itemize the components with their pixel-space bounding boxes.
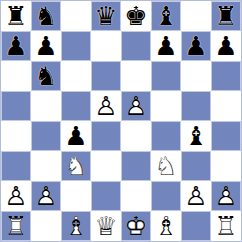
square-g4[interactable]: ♝ [181,121,211,151]
square-h8[interactable]: ♜ [211,1,241,31]
square-a2[interactable]: ♟♙ [1,181,31,211]
square-f7[interactable]: ♟ [151,31,181,61]
black-pawn-icon[interactable]: ♟ [211,31,241,61]
square-c2[interactable] [61,181,91,211]
piece-outline-layer: ♔ [121,211,151,241]
square-h3[interactable] [211,151,241,181]
piece-outline-layer: ♗ [61,211,91,241]
piece-outline-layer: ♘ [61,151,91,181]
piece-glyph-layer: ♛ [91,1,121,31]
square-a7[interactable]: ♟ [1,31,31,61]
black-knight-icon[interactable]: ♞ [31,1,61,31]
white-pawn-icon[interactable]: ♟♙ [91,91,121,121]
white-pawn-icon[interactable]: ♟♙ [1,181,31,211]
square-f4[interactable] [151,121,181,151]
square-f8[interactable]: ♝ [151,1,181,31]
square-a1[interactable]: ♜♖ [1,211,31,241]
piece-outline-layer: ♖ [1,211,31,241]
square-g2[interactable]: ♟♙ [181,181,211,211]
white-rook-icon[interactable]: ♜♖ [1,211,31,241]
white-queen-icon[interactable]: ♛♕ [91,211,121,241]
square-g3[interactable] [181,151,211,181]
square-h6[interactable] [211,61,241,91]
square-g7[interactable]: ♟ [181,31,211,61]
chess-board: ♜♞♛♚♝♜♟♟♟♟♟♞♟♙♟♙♟♝♞♘♞♘♟♙♟♙♟♙♟♙♜♖♝♗♛♕♚♔♝♗… [0,0,242,242]
square-a8[interactable]: ♜ [1,1,31,31]
piece-glyph-layer: ♟ [151,31,181,61]
black-bishop-icon[interactable]: ♝ [181,121,211,151]
square-a4[interactable] [1,121,31,151]
white-rook-icon[interactable]: ♜♖ [211,211,241,241]
square-e1[interactable]: ♚♔ [121,211,151,241]
square-b7[interactable]: ♟ [31,31,61,61]
square-b3[interactable] [31,151,61,181]
square-d2[interactable] [91,181,121,211]
square-d3[interactable] [91,151,121,181]
black-rook-icon[interactable]: ♜ [1,1,31,31]
square-c1[interactable]: ♝♗ [61,211,91,241]
square-e3[interactable] [121,151,151,181]
white-pawn-icon[interactable]: ♟♙ [211,181,241,211]
square-b5[interactable] [31,91,61,121]
square-a5[interactable] [1,91,31,121]
white-bishop-icon[interactable]: ♝♗ [151,211,181,241]
piece-glyph-layer: ♝ [181,121,211,151]
square-b8[interactable]: ♞ [31,1,61,31]
square-d4[interactable] [91,121,121,151]
square-f2[interactable] [151,181,181,211]
square-e4[interactable] [121,121,151,151]
piece-outline-layer: ♕ [91,211,121,241]
white-king-icon[interactable]: ♚♔ [121,211,151,241]
piece-glyph-layer: ♝ [151,1,181,31]
white-knight-icon[interactable]: ♞♘ [151,151,181,181]
black-pawn-icon[interactable]: ♟ [151,31,181,61]
white-bishop-icon[interactable]: ♝♗ [61,211,91,241]
square-g6[interactable] [181,61,211,91]
square-e8[interactable]: ♚ [121,1,151,31]
white-pawn-icon[interactable]: ♟♙ [181,181,211,211]
piece-glyph-layer: ♟ [61,121,91,151]
piece-glyph-layer: ♟ [211,31,241,61]
square-g1[interactable] [181,211,211,241]
piece-glyph-layer: ♜ [1,1,31,31]
black-queen-icon[interactable]: ♛ [91,1,121,31]
square-d7[interactable] [91,31,121,61]
square-b1[interactable] [31,211,61,241]
square-c7[interactable] [61,31,91,61]
black-pawn-icon[interactable]: ♟ [1,31,31,61]
piece-outline-layer: ♙ [31,181,61,211]
black-king-icon[interactable]: ♚ [121,1,151,31]
black-pawn-icon[interactable]: ♟ [181,31,211,61]
piece-outline-layer: ♙ [211,181,241,211]
black-rook-icon[interactable]: ♜ [211,1,241,31]
black-bishop-icon[interactable]: ♝ [151,1,181,31]
square-c8[interactable] [61,1,91,31]
square-b6[interactable]: ♞ [31,61,61,91]
square-e6[interactable] [121,61,151,91]
black-knight-icon[interactable]: ♞ [31,61,61,91]
piece-outline-layer: ♗ [151,211,181,241]
square-c5[interactable] [61,91,91,121]
square-g8[interactable] [181,1,211,31]
piece-outline-layer: ♙ [91,91,121,121]
piece-outline-layer: ♙ [121,91,151,121]
square-b4[interactable] [31,121,61,151]
piece-glyph-layer: ♟ [31,31,61,61]
white-pawn-icon[interactable]: ♟♙ [121,91,151,121]
square-c3[interactable]: ♞♘ [61,151,91,181]
square-a3[interactable] [1,151,31,181]
square-f3[interactable]: ♞♘ [151,151,181,181]
piece-glyph-layer: ♞ [31,1,61,31]
square-f5[interactable] [151,91,181,121]
black-pawn-icon[interactable]: ♟ [31,31,61,61]
square-h1[interactable]: ♜♖ [211,211,241,241]
square-d8[interactable]: ♛ [91,1,121,31]
square-e2[interactable] [121,181,151,211]
piece-glyph-layer: ♜ [211,1,241,31]
square-h2[interactable]: ♟♙ [211,181,241,211]
square-f6[interactable] [151,61,181,91]
square-e7[interactable] [121,31,151,61]
square-f1[interactable]: ♝♗ [151,211,181,241]
square-e5[interactable]: ♟♙ [121,91,151,121]
square-h4[interactable] [211,121,241,151]
square-h7[interactable]: ♟ [211,31,241,61]
white-pawn-icon[interactable]: ♟♙ [31,181,61,211]
square-b2[interactable]: ♟♙ [31,181,61,211]
white-knight-icon[interactable]: ♞♘ [61,151,91,181]
piece-outline-layer: ♙ [1,181,31,211]
piece-outline-layer: ♘ [151,151,181,181]
piece-outline-layer: ♖ [211,211,241,241]
square-d1[interactable]: ♛♕ [91,211,121,241]
black-pawn-icon[interactable]: ♟ [61,121,91,151]
square-c6[interactable] [61,61,91,91]
square-a6[interactable] [1,61,31,91]
piece-glyph-layer: ♟ [1,31,31,61]
square-c4[interactable]: ♟ [61,121,91,151]
piece-glyph-layer: ♟ [181,31,211,61]
square-d5[interactable]: ♟♙ [91,91,121,121]
square-g5[interactable] [181,91,211,121]
square-h5[interactable] [211,91,241,121]
piece-outline-layer: ♙ [181,181,211,211]
piece-glyph-layer: ♚ [121,1,151,31]
square-d6[interactable] [91,61,121,91]
piece-glyph-layer: ♞ [31,61,61,91]
